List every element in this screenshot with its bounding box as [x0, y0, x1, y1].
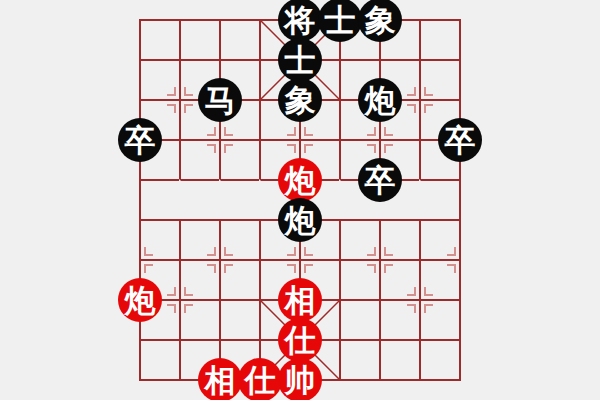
piece-red-general[interactable]: 帅 — [278, 358, 322, 400]
piece-black-cannon[interactable]: 炮 — [358, 78, 402, 122]
piece-black-elephant[interactable]: 象 — [358, 0, 402, 42]
piece-black-horse[interactable]: 马 — [198, 78, 242, 122]
piece-black-soldier[interactable]: 卒 — [118, 118, 162, 162]
piece-black-soldier[interactable]: 卒 — [358, 158, 402, 202]
piece-black-general[interactable]: 将 — [278, 0, 322, 42]
piece-black-cannon[interactable]: 炮 — [278, 198, 322, 242]
piece-black-advisor[interactable]: 士 — [278, 38, 322, 82]
piece-red-elephant[interactable]: 相 — [278, 278, 322, 322]
piece-red-advisor[interactable]: 仕 — [278, 318, 322, 362]
piece-black-advisor[interactable]: 士 — [318, 0, 362, 42]
piece-black-elephant[interactable]: 象 — [278, 78, 322, 122]
piece-layer: 将士象士马象炮卒卒炮卒炮炮相仕相仕帅 — [140, 20, 460, 380]
piece-red-advisor[interactable]: 仕 — [238, 358, 282, 400]
piece-red-elephant[interactable]: 相 — [198, 358, 242, 400]
piece-black-soldier[interactable]: 卒 — [438, 118, 482, 162]
piece-red-cannon[interactable]: 炮 — [118, 278, 162, 322]
piece-red-cannon[interactable]: 炮 — [278, 158, 322, 202]
xiangqi-screenshot: 将士象士马象炮卒卒炮卒炮炮相仕相仕帅 — [0, 0, 600, 400]
